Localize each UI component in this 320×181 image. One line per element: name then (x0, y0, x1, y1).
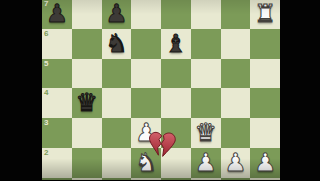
square-b3[interactable] (72, 118, 102, 148)
square-d7[interactable] (131, 0, 161, 29)
square-f3[interactable]: ♛ (191, 118, 221, 148)
square-a2[interactable]: 2 (42, 148, 72, 178)
square-d6[interactable] (131, 29, 161, 59)
square-e4[interactable] (161, 88, 191, 118)
square-c6[interactable]: ♞ (102, 29, 132, 59)
square-a5[interactable]: 5 (42, 59, 72, 89)
white-queen-f3[interactable]: ♛ (191, 118, 221, 148)
black-queen-b4[interactable]: ♛ (72, 88, 102, 118)
broken-heart-icon (147, 130, 177, 159)
letterbox-left (0, 0, 42, 180)
black-knight-c6[interactable]: ♞ (102, 29, 132, 59)
square-g1[interactable] (221, 178, 251, 181)
square-e7[interactable] (161, 0, 191, 29)
square-b1[interactable] (72, 178, 102, 181)
rank-label-2: 2 (44, 149, 48, 157)
square-a4[interactable]: 4 (42, 88, 72, 118)
square-c7[interactable]: ♟ (102, 0, 132, 29)
black-bishop-e6[interactable]: ♝ (161, 29, 191, 59)
rank-label-5: 5 (44, 60, 48, 68)
square-h3[interactable] (250, 118, 280, 148)
black-pawn-c7[interactable]: ♟ (102, 0, 132, 29)
square-e5[interactable] (161, 59, 191, 89)
white-pawn-f2[interactable]: ♟ (191, 148, 221, 178)
white-rook-h7[interactable]: ♜ (250, 0, 280, 29)
square-e1[interactable] (161, 178, 191, 181)
square-h7[interactable]: ♜ (250, 0, 280, 29)
square-f4[interactable] (191, 88, 221, 118)
black-pawn-a7[interactable]: ♟ (42, 0, 72, 29)
square-h6[interactable] (250, 29, 280, 59)
rank-label-6: 6 (44, 30, 48, 38)
square-b7[interactable] (72, 0, 102, 29)
square-f6[interactable] (191, 29, 221, 59)
video-frame: 7♟♟♜6♞♝54♛3♟♛2♞♟♟♟ (0, 0, 320, 180)
square-g4[interactable] (221, 88, 251, 118)
square-f2[interactable]: ♟ (191, 148, 221, 178)
square-a6[interactable]: 6 (42, 29, 72, 59)
square-a7[interactable]: 7♟ (42, 0, 72, 29)
square-a1[interactable] (42, 178, 72, 181)
square-b5[interactable] (72, 59, 102, 89)
white-pawn-h2[interactable]: ♟ (250, 148, 280, 178)
square-b4[interactable]: ♛ (72, 88, 102, 118)
rank-label-3: 3 (44, 119, 48, 127)
square-c2[interactable] (102, 148, 132, 178)
square-c1[interactable] (102, 178, 132, 181)
square-h5[interactable] (250, 59, 280, 89)
square-f7[interactable] (191, 0, 221, 29)
square-e6[interactable]: ♝ (161, 29, 191, 59)
square-g2[interactable]: ♟ (221, 148, 251, 178)
letterbox-right (280, 0, 320, 180)
square-g3[interactable] (221, 118, 251, 148)
white-pawn-g2[interactable]: ♟ (221, 148, 251, 178)
square-h4[interactable] (250, 88, 280, 118)
square-d1[interactable] (131, 178, 161, 181)
square-d4[interactable] (131, 88, 161, 118)
square-g7[interactable] (221, 0, 251, 29)
square-c3[interactable] (102, 118, 132, 148)
square-g5[interactable] (221, 59, 251, 89)
square-h2[interactable]: ♟ (250, 148, 280, 178)
square-b2[interactable] (72, 148, 102, 178)
square-g6[interactable] (221, 29, 251, 59)
square-c4[interactable] (102, 88, 132, 118)
rank-label-4: 4 (44, 89, 48, 97)
square-d5[interactable] (131, 59, 161, 89)
square-f5[interactable] (191, 59, 221, 89)
square-h1[interactable] (250, 178, 280, 181)
square-c5[interactable] (102, 59, 132, 89)
square-b6[interactable] (72, 29, 102, 59)
square-a3[interactable]: 3 (42, 118, 72, 148)
square-f1[interactable] (191, 178, 221, 181)
